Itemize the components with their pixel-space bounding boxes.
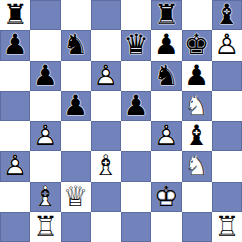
square-b5[interactable] [30, 91, 60, 121]
square-e3[interactable] [121, 151, 151, 181]
square-e1[interactable] [121, 212, 151, 242]
square-d8[interactable] [91, 0, 121, 30]
piece-glyph-outline: ♗ [30, 182, 60, 212]
piece-white-pawn[interactable]: ♟♙ [0, 151, 30, 181]
square-h1[interactable]: ♜♖ [212, 212, 242, 242]
piece-white-rook[interactable]: ♜♖ [212, 212, 242, 242]
piece-glyph-outline: ♗ [91, 151, 121, 181]
square-e7[interactable]: ♛ [121, 30, 151, 60]
piece-white-knight[interactable]: ♞♘ [182, 151, 212, 181]
piece-black-rook[interactable]: ♜ [0, 0, 30, 30]
piece-black-knight[interactable]: ♞ [61, 30, 91, 60]
piece-glyph-fill: ♞ [151, 61, 181, 91]
square-a2[interactable] [0, 182, 30, 212]
piece-glyph-fill: ♜ [0, 0, 30, 30]
piece-black-pawn[interactable]: ♟ [0, 30, 30, 60]
piece-black-pawn[interactable]: ♟ [61, 91, 91, 121]
piece-glyph-outline: ♕ [61, 182, 91, 212]
piece-glyph-fill: ♛ [121, 30, 151, 60]
piece-black-pawn[interactable]: ♟ [121, 91, 151, 121]
piece-glyph-outline: ♘ [182, 151, 212, 181]
piece-glyph-fill: ♟ [151, 30, 181, 60]
piece-white-pawn[interactable]: ♟♙ [212, 30, 242, 60]
piece-black-pawn[interactable]: ♟ [30, 61, 60, 91]
square-e2[interactable] [121, 182, 151, 212]
square-g4[interactable]: ♝ [182, 121, 212, 151]
piece-glyph-outline: ♙ [212, 30, 242, 60]
square-b7[interactable] [30, 30, 60, 60]
piece-glyph-outline: ♘ [182, 91, 212, 121]
piece-white-queen[interactable]: ♛♕ [61, 182, 91, 212]
square-d3[interactable]: ♝♗ [91, 151, 121, 181]
square-c8[interactable] [61, 0, 91, 30]
square-h5[interactable] [212, 91, 242, 121]
square-f4[interactable]: ♟♙ [151, 121, 181, 151]
piece-glyph-outline: ♙ [30, 121, 60, 151]
square-d1[interactable] [91, 212, 121, 242]
piece-white-bishop[interactable]: ♝♗ [30, 182, 60, 212]
square-d4[interactable] [91, 121, 121, 151]
square-g6[interactable]: ♟ [182, 61, 212, 91]
square-a6[interactable] [0, 61, 30, 91]
piece-white-king[interactable]: ♚♔ [151, 182, 181, 212]
square-f5[interactable] [151, 91, 181, 121]
square-h7[interactable]: ♟♙ [212, 30, 242, 60]
piece-glyph-fill: ♝ [212, 0, 242, 30]
square-h4[interactable] [212, 121, 242, 151]
square-e5[interactable]: ♟ [121, 91, 151, 121]
piece-white-bishop[interactable]: ♝♗ [91, 151, 121, 181]
piece-glyph-fill: ♝ [182, 121, 212, 151]
square-f1[interactable] [151, 212, 181, 242]
square-h2[interactable] [212, 182, 242, 212]
square-c3[interactable] [61, 151, 91, 181]
square-h8[interactable]: ♝ [212, 0, 242, 30]
piece-white-pawn[interactable]: ♟♙ [91, 61, 121, 91]
square-c4[interactable] [61, 121, 91, 151]
square-g7[interactable]: ♚ [182, 30, 212, 60]
square-b2[interactable]: ♝♗ [30, 182, 60, 212]
piece-black-bishop[interactable]: ♝ [212, 0, 242, 30]
square-h3[interactable] [212, 151, 242, 181]
square-c6[interactable] [61, 61, 91, 91]
square-a4[interactable] [0, 121, 30, 151]
piece-glyph-outline: ♙ [91, 61, 121, 91]
square-a3[interactable]: ♟♙ [0, 151, 30, 181]
square-c5[interactable]: ♟ [61, 91, 91, 121]
square-f3[interactable] [151, 151, 181, 181]
piece-glyph-fill: ♜ [151, 0, 181, 30]
square-a1[interactable] [0, 212, 30, 242]
square-f6[interactable]: ♞ [151, 61, 181, 91]
square-g2[interactable] [182, 182, 212, 212]
square-g5[interactable]: ♞♘ [182, 91, 212, 121]
square-g1[interactable] [182, 212, 212, 242]
piece-black-bishop[interactable]: ♝ [182, 121, 212, 151]
piece-glyph-fill: ♟ [121, 91, 151, 121]
piece-glyph-outline: ♔ [151, 182, 181, 212]
square-a7[interactable]: ♟ [0, 30, 30, 60]
square-e8[interactable] [121, 0, 151, 30]
square-c2[interactable]: ♛♕ [61, 182, 91, 212]
piece-glyph-fill: ♟ [30, 61, 60, 91]
piece-glyph-fill: ♟ [182, 61, 212, 91]
square-e6[interactable] [121, 61, 151, 91]
square-d5[interactable] [91, 91, 121, 121]
square-d6[interactable]: ♟♙ [91, 61, 121, 91]
square-b3[interactable] [30, 151, 60, 181]
square-f7[interactable]: ♟ [151, 30, 181, 60]
square-g3[interactable]: ♞♘ [182, 151, 212, 181]
square-b8[interactable] [30, 0, 60, 30]
chess-board: ♜♜♝♟♞♛♟♚♟♙♟♟♙♞♟♟♟♞♘♟♙♟♙♝♟♙♝♗♞♘♝♗♛♕♚♔♜♖♜♖ [0, 0, 242, 242]
square-d7[interactable] [91, 30, 121, 60]
piece-glyph-outline: ♖ [212, 212, 242, 242]
square-c7[interactable]: ♞ [61, 30, 91, 60]
square-f2[interactable]: ♚♔ [151, 182, 181, 212]
piece-glyph-fill: ♟ [0, 30, 30, 60]
piece-glyph-fill: ♚ [182, 30, 212, 60]
piece-glyph-fill: ♟ [61, 91, 91, 121]
piece-glyph-outline: ♙ [0, 151, 30, 181]
piece-white-rook[interactable]: ♜♖ [30, 212, 60, 242]
square-c1[interactable] [61, 212, 91, 242]
square-e4[interactable] [121, 121, 151, 151]
square-b6[interactable]: ♟ [30, 61, 60, 91]
piece-white-pawn[interactable]: ♟♙ [151, 121, 181, 151]
chess-board-wrap: ♜♜♝♟♞♛♟♚♟♙♟♟♙♞♟♟♟♞♘♟♙♟♙♝♟♙♝♗♞♘♝♗♛♕♚♔♜♖♜♖ [0, 0, 242, 242]
square-a8[interactable]: ♜ [0, 0, 30, 30]
square-b1[interactable]: ♜♖ [30, 212, 60, 242]
piece-black-queen[interactable]: ♛ [121, 30, 151, 60]
piece-black-pawn[interactable]: ♟ [151, 30, 181, 60]
square-a5[interactable] [0, 91, 30, 121]
square-h6[interactable] [212, 61, 242, 91]
piece-glyph-fill: ♞ [61, 30, 91, 60]
square-b4[interactable]: ♟♙ [30, 121, 60, 151]
square-f8[interactable]: ♜ [151, 0, 181, 30]
piece-white-knight[interactable]: ♞♘ [182, 91, 212, 121]
piece-black-king[interactable]: ♚ [182, 30, 212, 60]
piece-black-rook[interactable]: ♜ [151, 0, 181, 30]
piece-black-knight[interactable]: ♞ [151, 61, 181, 91]
square-d2[interactable] [91, 182, 121, 212]
piece-glyph-outline: ♙ [151, 121, 181, 151]
square-g8[interactable] [182, 0, 212, 30]
piece-white-pawn[interactable]: ♟♙ [30, 121, 60, 151]
piece-black-pawn[interactable]: ♟ [182, 61, 212, 91]
piece-glyph-outline: ♖ [30, 212, 60, 242]
